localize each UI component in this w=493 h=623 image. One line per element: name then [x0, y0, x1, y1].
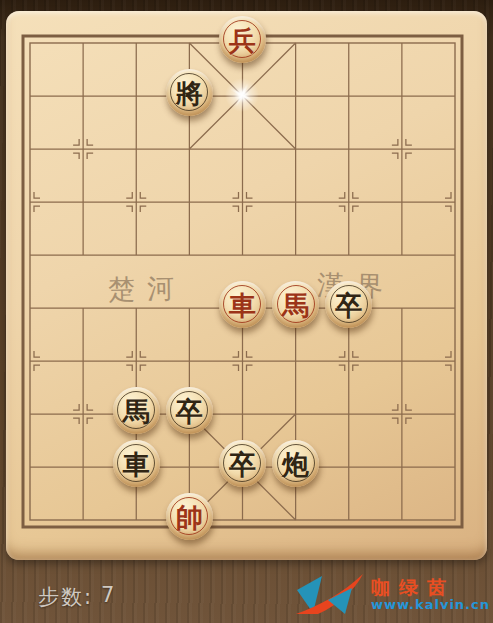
piece-glyph: 車 [123, 451, 150, 478]
piece-red-chariot[interactable]: 車 [219, 281, 266, 328]
move-counter-value: 7 [101, 583, 116, 611]
piece-glyph: 兵 [229, 27, 256, 54]
piece-glyph: 帥 [176, 504, 203, 531]
piece-black-general[interactable]: 將 [166, 69, 213, 116]
piece-black-soldier[interactable]: 卒 [325, 281, 372, 328]
piece-glyph: 馬 [123, 398, 150, 425]
game-screen: 楚河 漢界 兵將車馬卒馬卒車卒炮帥 步数: 7 咖绿茵 www.kalvin.c… [0, 0, 493, 623]
piece-red-general[interactable]: 帥 [166, 493, 213, 540]
move-counter-label: 步数: [38, 583, 93, 611]
watermark: 咖绿茵 www.kalvin.cn [291, 573, 490, 617]
piece-black-soldier[interactable]: 卒 [219, 440, 266, 487]
piece-grid: 兵將車馬卒馬卒車卒炮帥 [3, 17, 481, 547]
piece-glyph: 卒 [335, 292, 362, 319]
piece-black-chariot[interactable]: 車 [113, 440, 160, 487]
piece-black-cannon[interactable]: 炮 [272, 440, 319, 487]
piece-glyph: 炮 [282, 451, 309, 478]
piece-black-horse[interactable]: 馬 [113, 387, 160, 434]
piece-glyph: 馬 [282, 292, 309, 319]
last-move-sparkle-icon [222, 75, 262, 115]
watermark-brand: 咖绿茵 [371, 577, 455, 598]
watermark-logo-icon [291, 573, 365, 617]
watermark-url: www.kalvin.cn [371, 598, 490, 612]
piece-glyph: 將 [176, 80, 203, 107]
piece-black-soldier[interactable]: 卒 [166, 387, 213, 434]
piece-glyph: 卒 [229, 451, 256, 478]
piece-glyph: 車 [229, 292, 256, 319]
piece-glyph: 卒 [176, 398, 203, 425]
piece-red-horse[interactable]: 馬 [272, 281, 319, 328]
piece-red-soldier[interactable]: 兵 [219, 16, 266, 63]
move-counter: 步数: 7 [38, 583, 116, 611]
